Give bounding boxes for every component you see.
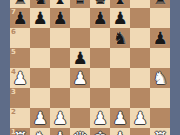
- piece-white-queen[interactable]: ♛: [70, 128, 90, 135]
- piece-white-pawn[interactable]: ♟: [130, 108, 150, 128]
- square-g5[interactable]: [130, 48, 150, 68]
- square-g8[interactable]: [130, 0, 150, 8]
- piece-white-king[interactable]: ♚: [90, 128, 110, 135]
- square-c5[interactable]: [50, 48, 70, 68]
- piece-black-bishop[interactable]: ♝: [50, 0, 70, 8]
- square-a6[interactable]: 6: [10, 28, 30, 48]
- piece-black-knight[interactable]: ♞: [30, 0, 50, 8]
- square-d2[interactable]: [70, 108, 90, 128]
- square-b6[interactable]: [30, 28, 50, 48]
- square-d6[interactable]: [70, 28, 90, 48]
- square-f2[interactable]: ♟: [110, 108, 130, 128]
- piece-black-knight[interactable]: ♞: [110, 28, 130, 48]
- square-d1[interactable]: ♛: [70, 128, 90, 135]
- square-e5[interactable]: [90, 48, 110, 68]
- piece-white-knight[interactable]: ♞: [150, 68, 170, 88]
- square-c2[interactable]: ♟: [50, 108, 70, 128]
- square-b1[interactable]: ♞: [30, 128, 50, 135]
- square-h8[interactable]: ♜: [150, 0, 170, 8]
- square-a1[interactable]: 1♜: [10, 128, 30, 135]
- square-c3[interactable]: [50, 88, 70, 108]
- square-c6[interactable]: [50, 28, 70, 48]
- square-d7[interactable]: [70, 8, 90, 28]
- rank-label-1: 1: [11, 129, 16, 135]
- piece-white-pawn[interactable]: ♟: [30, 108, 50, 128]
- piece-black-pawn[interactable]: ♟: [150, 28, 170, 48]
- square-g2[interactable]: ♟: [130, 108, 150, 128]
- square-b8[interactable]: ♞: [30, 0, 50, 8]
- square-h5[interactable]: [150, 48, 170, 68]
- square-a7[interactable]: 7♟: [10, 8, 30, 28]
- square-g6[interactable]: [130, 28, 150, 48]
- square-b7[interactable]: ♟: [30, 8, 50, 28]
- square-e1[interactable]: ♚: [90, 128, 110, 135]
- piece-black-pawn[interactable]: ♟: [90, 8, 110, 28]
- square-h1[interactable]: ♜: [150, 128, 170, 135]
- square-c4[interactable]: [50, 68, 70, 88]
- rank-label-4: 4: [11, 69, 16, 76]
- piece-black-pawn[interactable]: ♟: [30, 8, 50, 28]
- square-c1[interactable]: ♝: [50, 128, 70, 135]
- piece-black-rook[interactable]: ♜: [150, 0, 170, 8]
- square-a4[interactable]: 4♟: [10, 68, 30, 88]
- rank-label-5: 5: [11, 49, 16, 56]
- square-b4[interactable]: [30, 68, 50, 88]
- square-a2[interactable]: 2: [10, 108, 30, 128]
- square-d8[interactable]: ♛: [70, 0, 90, 8]
- piece-black-pawn[interactable]: ♟: [110, 8, 130, 28]
- piece-white-pawn[interactable]: ♟: [110, 108, 130, 128]
- piece-white-bishop[interactable]: ♝: [50, 128, 70, 135]
- chess-board[interactable]: 8♜♞♝♛♚♝♜7♟♟♟♟♟6♞♟5♟4♟♟♞32♟♟♟♟♟1♜♞♝♛♚♝♜: [10, 0, 170, 135]
- piece-black-rook[interactable]: ♜: [10, 0, 30, 8]
- square-a8[interactable]: 8♜: [10, 0, 30, 8]
- piece-white-pawn[interactable]: ♟: [50, 108, 70, 128]
- rank-label-6: 6: [11, 29, 16, 36]
- square-f4[interactable]: [110, 68, 130, 88]
- piece-black-king[interactable]: ♚: [90, 0, 110, 8]
- square-b2[interactable]: ♟: [30, 108, 50, 128]
- square-h4[interactable]: ♞: [150, 68, 170, 88]
- square-d5[interactable]: ♟: [70, 48, 90, 68]
- square-g4[interactable]: [130, 68, 150, 88]
- square-c8[interactable]: ♝: [50, 0, 70, 8]
- square-e8[interactable]: ♚: [90, 0, 110, 8]
- piece-black-pawn[interactable]: ♟: [50, 8, 70, 28]
- square-f3[interactable]: [110, 88, 130, 108]
- piece-black-bishop[interactable]: ♝: [110, 0, 130, 8]
- square-h6[interactable]: ♟: [150, 28, 170, 48]
- square-a3[interactable]: 3: [10, 88, 30, 108]
- piece-black-queen[interactable]: ♛: [70, 0, 90, 8]
- square-h3[interactable]: [150, 88, 170, 108]
- square-e6[interactable]: [90, 28, 110, 48]
- piece-black-pawn[interactable]: ♟: [70, 48, 90, 68]
- chess-app-viewport: 8♜♞♝♛♚♝♜7♟♟♟♟♟6♞♟5♟4♟♟♞32♟♟♟♟♟1♜♞♝♛♚♝♜: [0, 0, 180, 135]
- square-f8[interactable]: ♝: [110, 0, 130, 8]
- square-b5[interactable]: [30, 48, 50, 68]
- rank-label-7: 7: [11, 9, 16, 16]
- square-b3[interactable]: [30, 88, 50, 108]
- square-e4[interactable]: [90, 68, 110, 88]
- square-d4[interactable]: ♟: [70, 68, 90, 88]
- square-g7[interactable]: [130, 8, 150, 28]
- square-f6[interactable]: ♞: [110, 28, 130, 48]
- square-f5[interactable]: [110, 48, 130, 68]
- square-e7[interactable]: ♟: [90, 8, 110, 28]
- piece-white-rook[interactable]: ♜: [150, 128, 170, 135]
- rank-label-3: 3: [11, 89, 16, 96]
- rank-label-2: 2: [11, 109, 16, 116]
- square-f1[interactable]: ♝: [110, 128, 130, 135]
- piece-white-pawn[interactable]: ♟: [70, 68, 90, 88]
- square-e3[interactable]: [90, 88, 110, 108]
- square-e2[interactable]: ♟: [90, 108, 110, 128]
- square-g1[interactable]: [130, 128, 150, 135]
- piece-white-knight[interactable]: ♞: [30, 128, 50, 135]
- square-c7[interactable]: ♟: [50, 8, 70, 28]
- square-a5[interactable]: 5: [10, 48, 30, 68]
- square-h7[interactable]: [150, 8, 170, 28]
- square-d3[interactable]: [70, 88, 90, 108]
- piece-white-bishop[interactable]: ♝: [110, 128, 130, 135]
- square-h2[interactable]: [150, 108, 170, 128]
- square-f7[interactable]: ♟: [110, 8, 130, 28]
- piece-white-pawn[interactable]: ♟: [90, 108, 110, 128]
- square-g3[interactable]: [130, 88, 150, 108]
